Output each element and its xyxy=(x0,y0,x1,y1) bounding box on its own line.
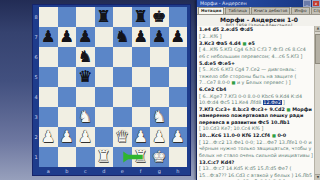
panel-title: Морфи - Андерсен xyxy=(200,0,247,7)
square-h5[interactable] xyxy=(169,67,188,87)
white-king-icon: ♚ xyxy=(152,147,166,167)
white-rook-icon: ♜ xyxy=(97,147,111,167)
square-f2[interactable]: ♟ xyxy=(132,127,151,147)
black-king-icon: ♚ xyxy=(152,7,166,27)
square-b8[interactable] xyxy=(58,7,77,27)
black-queen-icon: ♛ xyxy=(78,67,92,87)
file-label-f: f xyxy=(132,167,151,175)
scroll-thumb[interactable] xyxy=(315,34,320,64)
panel-titlebar[interactable]: Морфи - Андерсен _ x xyxy=(197,0,320,7)
rank-label-2: 2 xyxy=(33,127,39,147)
white-pawn-icon: ♟ xyxy=(171,127,185,147)
square-f1[interactable]: ♜ xyxy=(132,147,151,167)
notation-line[interactable]: [ 10.Сd3 Кe7; 10.Сc4 Кf6 ] xyxy=(199,126,313,132)
square-f6[interactable] xyxy=(132,47,151,67)
rank-label-8: 8 xyxy=(33,7,39,27)
square-f5[interactable] xyxy=(132,67,151,87)
notation-line[interactable]: 1.e4 d5 2.e:d5 Ф:d5 xyxy=(199,27,313,33)
square-g6[interactable] xyxy=(150,47,169,67)
square-g2[interactable]: ♟ xyxy=(150,127,169,147)
notation-line[interactable]: 3.Кc3 Фa5 4.d4 ■ e5 xyxy=(199,41,313,47)
square-f7[interactable]: ♟ xyxy=(132,27,151,47)
square-d8[interactable]: ♜ xyxy=(95,7,114,27)
square-e7[interactable]: ♞ xyxy=(113,27,132,47)
tab-2[interactable]: Таблица xyxy=(225,7,250,14)
square-a4[interactable] xyxy=(39,87,58,107)
notation-line[interactable]: 6.Сe2 Сb4 xyxy=(199,87,313,93)
app-window: 87654321 ♜♜♚♟♟♟♞♟♟♟♞♛♞♞♟♟♟♛♟♟♟♜♜♚ abcdef… xyxy=(0,0,320,180)
square-b2[interactable]: ♟ xyxy=(58,127,77,147)
notation-line[interactable]: [ 5...Кc6 6.Кf3 Сg4 7.Сe2 — диагональ: т… xyxy=(199,67,313,86)
square-h8[interactable] xyxy=(169,7,188,27)
file-label-c: c xyxy=(76,167,95,175)
scroll-down-icon[interactable]: ▼ xyxy=(315,174,320,180)
square-b6[interactable] xyxy=(58,47,77,67)
square-h3[interactable] xyxy=(169,107,188,127)
scrollbar[interactable]: ▲ ▼ xyxy=(314,26,320,180)
white-pawn-icon: ♟ xyxy=(134,127,148,147)
square-a8[interactable] xyxy=(39,7,58,27)
minimize-button[interactable]: _ xyxy=(303,0,311,7)
square-d3[interactable] xyxy=(95,107,114,127)
square-h7[interactable]: ♟ xyxy=(169,27,188,47)
tab-5[interactable]: Справка xyxy=(311,7,320,14)
square-c6[interactable]: ♞ xyxy=(76,47,95,67)
square-c8[interactable] xyxy=(76,7,95,27)
notation-line[interactable]: [ 13...Ф:c7 14.Кd5 К:d5 15.Л:d5 Фe7 ( 15… xyxy=(199,166,313,180)
notation-text[interactable]: 1.e4 d5 2.e:d5 Ф:d5[ 2...Кf6 ]3.Кc3 Фa5 … xyxy=(197,26,315,180)
black-knight-icon: ♞ xyxy=(78,47,92,67)
square-d7[interactable] xyxy=(95,27,114,47)
notation-line[interactable]: [ 6...Кge7 7.Кf3 0-0 8.0-0 Кbc6 9.Кd4 К:… xyxy=(199,94,313,107)
square-d1[interactable]: ♜ xyxy=(95,147,114,167)
square-g4[interactable] xyxy=(150,87,169,107)
square-a6[interactable] xyxy=(39,47,58,67)
white-knight-icon: ♞ xyxy=(152,107,166,127)
notation-line[interactable]: [ 12...Ф:c2 13.Фe1 0-0; 12...Фe7 13.Лfe1… xyxy=(199,140,313,159)
chess-board: 87654321 ♜♜♚♟♟♟♞♟♟♟♞♛♞♞♟♟♟♛♟♟♟♜♜♚ abcdef… xyxy=(32,4,191,176)
square-e3[interactable] xyxy=(113,107,132,127)
square-g3[interactable]: ♞ xyxy=(150,107,169,127)
white-pawn-icon: ♟ xyxy=(41,127,55,147)
black-pawn-icon: ♟ xyxy=(78,27,92,47)
rank-labels: 87654321 xyxy=(33,7,39,167)
notation-panel: Морфи - Андерсен _ x НотацияТаблицаКнига… xyxy=(196,0,320,180)
tab-4[interactable]: Инфо xyxy=(291,7,309,14)
white-pawn-icon: ♟ xyxy=(78,127,92,147)
file-label-a: a xyxy=(39,167,58,175)
rank-label-5: 5 xyxy=(33,67,39,87)
square-c1[interactable] xyxy=(76,147,95,167)
square-h4[interactable] xyxy=(169,87,188,107)
square-b1[interactable] xyxy=(58,147,77,167)
notation-line[interactable]: 7.Кf3 С:c3+ 8.b:c3 Ф:c3+ 9.Сd2 ■ Морфи н… xyxy=(199,107,313,126)
annotation-square-icon: ■ xyxy=(272,133,276,138)
file-label-h: h xyxy=(169,167,188,175)
current-move[interactable]: 12.Фe2 xyxy=(263,100,282,105)
game-title: Морфи - Андерсен 1-0 xyxy=(197,16,320,23)
annotation-square-icon: ■ xyxy=(243,41,247,46)
square-a2[interactable]: ♟ xyxy=(39,127,58,147)
notation-line[interactable]: 10...Кc6 11.0-0 Кf6 12.Сf4 ■ 0-0 xyxy=(199,133,313,139)
square-e8[interactable] xyxy=(113,7,132,27)
window-buttons: _ x xyxy=(303,0,320,7)
close-button[interactable]: x xyxy=(312,0,320,7)
tab-3[interactable]: Книга дебютов xyxy=(251,7,291,14)
scroll-up-icon[interactable]: ▲ xyxy=(315,26,320,32)
square-h6[interactable] xyxy=(169,47,188,67)
square-h1[interactable] xyxy=(169,147,188,167)
square-h2[interactable]: ♟ xyxy=(169,127,188,147)
square-a7[interactable]: ♟ xyxy=(39,27,58,47)
square-c2[interactable]: ♟ xyxy=(76,127,95,147)
annotation-square-icon: ■ xyxy=(287,107,291,112)
square-e6[interactable] xyxy=(113,47,132,67)
square-c3[interactable]: ♞ xyxy=(76,107,95,127)
square-g7[interactable]: ♟ xyxy=(150,27,169,47)
tab-1[interactable]: Нотация xyxy=(198,7,224,14)
black-knight-icon: ♞ xyxy=(115,27,129,47)
square-b4[interactable] xyxy=(58,87,77,107)
square-f4[interactable] xyxy=(132,87,151,107)
square-d2[interactable] xyxy=(95,127,114,147)
square-e4[interactable] xyxy=(113,87,132,107)
square-c7[interactable]: ♟ xyxy=(76,27,95,47)
annotation-square-icon: ■ xyxy=(231,80,235,85)
board-grid[interactable]: ♜♜♚♟♟♟♞♟♟♟♞♛♞♞♟♟♟♛♟♟♟♜♜♚ xyxy=(39,7,187,167)
square-f3[interactable] xyxy=(132,107,151,127)
notation-line[interactable]: [ 2...Кf6 ] xyxy=(199,34,313,40)
rank-label-3: 3 xyxy=(33,107,39,127)
panel-tabs: НотацияТаблицаКнига дебютовИнфоСправка xyxy=(197,7,320,15)
black-pawn-icon: ♟ xyxy=(60,27,74,47)
white-knight-icon: ♞ xyxy=(78,107,92,127)
black-pawn-icon: ♟ xyxy=(152,27,166,47)
black-rook-icon: ♜ xyxy=(97,7,111,27)
square-f8[interactable]: ♜ xyxy=(132,7,151,27)
square-g5[interactable] xyxy=(150,67,169,87)
notation-line[interactable]: 5.d:e5 Ф:e5+ xyxy=(199,61,313,67)
square-b5[interactable] xyxy=(58,67,77,87)
square-a1[interactable] xyxy=(39,147,58,167)
file-label-b: b xyxy=(58,167,77,175)
square-b3[interactable] xyxy=(58,107,77,127)
square-e2[interactable]: ♛ xyxy=(113,127,132,147)
square-a5[interactable] xyxy=(39,67,58,87)
square-g1[interactable]: ♚ xyxy=(150,147,169,167)
black-pawn-icon: ♟ xyxy=(134,27,148,47)
black-rook-icon: ♜ xyxy=(134,7,148,27)
square-e1[interactable] xyxy=(113,147,132,167)
file-labels: abcdefgh xyxy=(39,167,187,175)
notation-line[interactable]: [ 4...Кf6 5.Кf3 Сg4 6.h3 С:f3 7.Ф:f3 c6 … xyxy=(199,47,313,60)
rank-label-1: 1 xyxy=(33,147,39,167)
square-g8[interactable]: ♚ xyxy=(150,7,169,27)
notation-line[interactable]: 13.С:c7 Кd4? xyxy=(199,160,313,166)
black-pawn-icon: ♟ xyxy=(41,27,55,47)
file-label-g: g xyxy=(150,167,169,175)
file-label-d: d xyxy=(95,167,114,175)
black-pawn-icon: ♟ xyxy=(171,27,185,47)
square-d4[interactable] xyxy=(95,87,114,107)
file-label-e: e xyxy=(113,167,132,175)
square-c5[interactable]: ♛ xyxy=(76,67,95,87)
rank-label-4: 4 xyxy=(33,87,39,107)
square-d6[interactable] xyxy=(95,47,114,67)
square-b7[interactable]: ♟ xyxy=(58,27,77,47)
white-pawn-icon: ♟ xyxy=(152,127,166,147)
white-queen-icon: ♛ xyxy=(115,127,129,147)
square-e5[interactable] xyxy=(113,67,132,87)
white-pawn-icon: ♟ xyxy=(60,127,74,147)
rank-label-7: 7 xyxy=(33,27,39,47)
rank-label-6: 6 xyxy=(33,47,39,67)
white-rook-icon: ♜ xyxy=(134,147,148,167)
square-c4[interactable] xyxy=(76,87,95,107)
square-a3[interactable] xyxy=(39,107,58,127)
square-d5[interactable] xyxy=(95,67,114,87)
